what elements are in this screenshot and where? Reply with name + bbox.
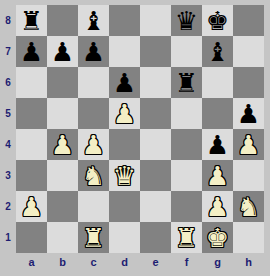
square-h5[interactable]: ♟ (233, 98, 264, 129)
file-label-b: b (47, 253, 78, 273)
square-a4[interactable] (16, 129, 47, 160)
square-f8[interactable]: ♛ (171, 5, 202, 36)
black-queen-f8[interactable]: ♛ (171, 5, 202, 36)
square-a8[interactable]: ♜ (16, 5, 47, 36)
square-g8[interactable]: ♚ (202, 5, 233, 36)
white-pawn-g2[interactable]: ♟ (202, 191, 233, 222)
black-pawn-b7[interactable]: ♟ (47, 36, 78, 67)
square-a7[interactable]: ♟ (16, 36, 47, 67)
square-e5[interactable] (140, 98, 171, 129)
square-e4[interactable] (140, 129, 171, 160)
file-label-c: c (78, 253, 109, 273)
square-e1[interactable] (140, 222, 171, 253)
rank-label-4: 4 (0, 129, 16, 160)
square-a6[interactable] (16, 67, 47, 98)
square-f2[interactable] (171, 191, 202, 222)
white-king-g1[interactable]: ♚ (202, 222, 233, 253)
square-d2[interactable] (109, 191, 140, 222)
square-h2[interactable]: ♞ (233, 191, 264, 222)
square-e6[interactable] (140, 67, 171, 98)
square-g1[interactable]: ♚ (202, 222, 233, 253)
rank-label-3: 3 (0, 160, 16, 191)
white-knight-h2[interactable]: ♞ (233, 191, 264, 222)
square-f6[interactable]: ♜ (171, 67, 202, 98)
white-pawn-g3[interactable]: ♟ (202, 160, 233, 191)
black-pawn-h5[interactable]: ♟ (233, 98, 264, 129)
square-c6[interactable] (78, 67, 109, 98)
black-bishop-c8[interactable]: ♝ (78, 5, 109, 36)
black-pawn-a7[interactable]: ♟ (16, 36, 47, 67)
square-g7[interactable]: ♝ (202, 36, 233, 67)
black-pawn-c7[interactable]: ♟ (78, 36, 109, 67)
square-a3[interactable] (16, 160, 47, 191)
black-pawn-d6[interactable]: ♟ (109, 67, 140, 98)
square-c5[interactable] (78, 98, 109, 129)
square-c8[interactable]: ♝ (78, 5, 109, 36)
square-a1[interactable] (16, 222, 47, 253)
square-d3[interactable]: ♛ (109, 160, 140, 191)
black-king-g8[interactable]: ♚ (202, 5, 233, 36)
rank-label-5: 5 (0, 98, 16, 129)
square-d1[interactable] (109, 222, 140, 253)
square-f7[interactable] (171, 36, 202, 67)
square-b6[interactable] (47, 67, 78, 98)
rank-label-7: 7 (0, 36, 16, 67)
white-pawn-c4[interactable]: ♟ (78, 129, 109, 160)
square-c1[interactable]: ♜ (78, 222, 109, 253)
chess-diagram: 87654321 ♜♝♛♚♟♟♟♝♟♜♟♟♟♟♟♟♞♛♟♟♟♞♜♜♚ abcde… (0, 0, 270, 276)
file-label-e: e (140, 253, 171, 273)
black-pawn-g4[interactable]: ♟ (202, 129, 233, 160)
square-b4[interactable]: ♟ (47, 129, 78, 160)
square-d5[interactable]: ♟ (109, 98, 140, 129)
square-f5[interactable] (171, 98, 202, 129)
square-c3[interactable]: ♞ (78, 160, 109, 191)
square-b1[interactable] (47, 222, 78, 253)
square-h7[interactable] (233, 36, 264, 67)
square-e7[interactable] (140, 36, 171, 67)
file-label-g: g (202, 253, 233, 273)
rank-label-6: 6 (0, 67, 16, 98)
square-g5[interactable] (202, 98, 233, 129)
square-c4[interactable]: ♟ (78, 129, 109, 160)
square-c2[interactable] (78, 191, 109, 222)
square-h3[interactable] (233, 160, 264, 191)
square-g6[interactable] (202, 67, 233, 98)
square-g4[interactable]: ♟ (202, 129, 233, 160)
square-e2[interactable] (140, 191, 171, 222)
white-knight-c3[interactable]: ♞ (78, 160, 109, 191)
square-b7[interactable]: ♟ (47, 36, 78, 67)
square-e8[interactable] (140, 5, 171, 36)
black-rook-a8[interactable]: ♜ (16, 5, 47, 36)
file-label-d: d (109, 253, 140, 273)
square-h4[interactable]: ♟ (233, 129, 264, 160)
white-pawn-b4[interactable]: ♟ (47, 129, 78, 160)
rank-label-2: 2 (0, 191, 16, 222)
square-g2[interactable]: ♟ (202, 191, 233, 222)
file-label-h: h (233, 253, 264, 273)
square-b2[interactable] (47, 191, 78, 222)
white-pawn-a2[interactable]: ♟ (16, 191, 47, 222)
square-b3[interactable] (47, 160, 78, 191)
black-bishop-g7[interactable]: ♝ (202, 36, 233, 67)
file-label-a: a (16, 253, 47, 273)
square-h6[interactable] (233, 67, 264, 98)
square-d8[interactable] (109, 5, 140, 36)
square-d4[interactable] (109, 129, 140, 160)
square-b8[interactable] (47, 5, 78, 36)
square-e3[interactable] (140, 160, 171, 191)
rank-label-1: 1 (0, 222, 16, 253)
square-f1[interactable]: ♜ (171, 222, 202, 253)
square-c7[interactable]: ♟ (78, 36, 109, 67)
white-rook-c1[interactable]: ♜ (78, 222, 109, 253)
rank-labels: 87654321 (0, 5, 16, 253)
file-label-f: f (171, 253, 202, 273)
square-a2[interactable]: ♟ (16, 191, 47, 222)
square-f4[interactable] (171, 129, 202, 160)
square-h1[interactable] (233, 222, 264, 253)
square-h8[interactable] (233, 5, 264, 36)
chess-board[interactable]: ♜♝♛♚♟♟♟♝♟♜♟♟♟♟♟♟♞♛♟♟♟♞♜♜♚ (16, 5, 264, 253)
white-pawn-d5[interactable]: ♟ (109, 98, 140, 129)
square-a5[interactable] (16, 98, 47, 129)
square-g3[interactable]: ♟ (202, 160, 233, 191)
white-rook-f1[interactable]: ♜ (171, 222, 202, 253)
white-queen-d3[interactable]: ♛ (109, 160, 140, 191)
file-labels: abcdefgh (16, 253, 264, 273)
square-b5[interactable] (47, 98, 78, 129)
square-f3[interactable] (171, 160, 202, 191)
white-pawn-h4[interactable]: ♟ (233, 129, 264, 160)
square-d7[interactable] (109, 36, 140, 67)
square-d6[interactable]: ♟ (109, 67, 140, 98)
black-rook-f6[interactable]: ♜ (171, 67, 202, 98)
rank-label-8: 8 (0, 5, 16, 36)
